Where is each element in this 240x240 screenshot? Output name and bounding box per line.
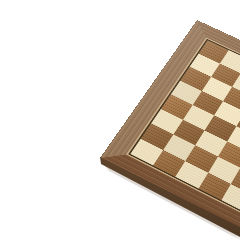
chess-board (100, 20, 240, 240)
photo-canvas (0, 0, 240, 240)
